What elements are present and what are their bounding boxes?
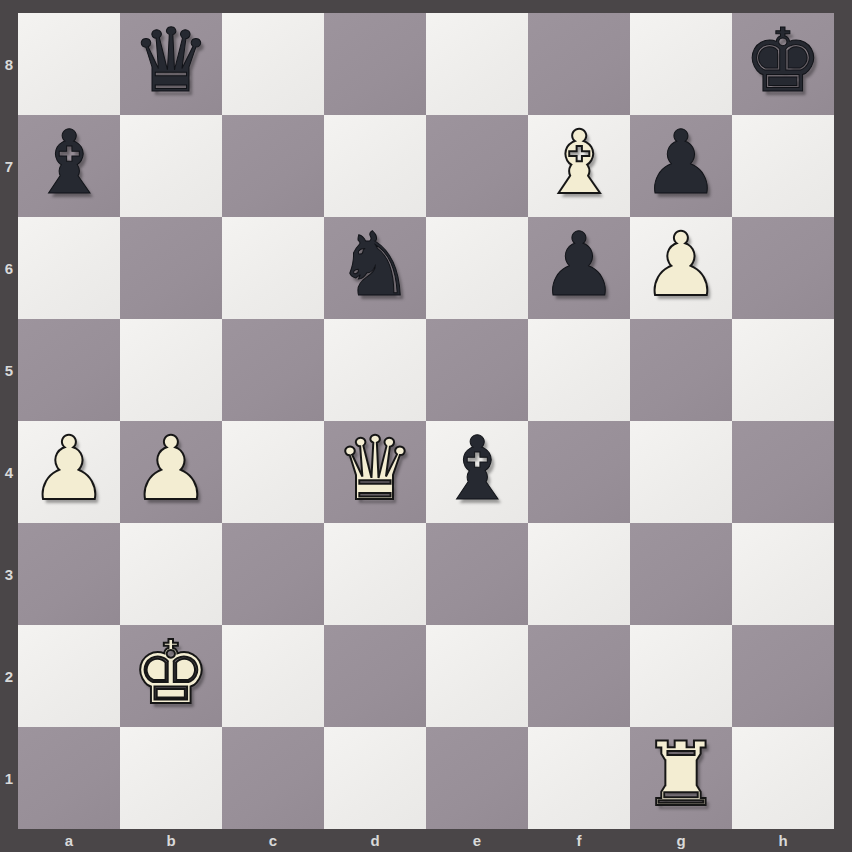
file-label-a: a — [18, 829, 120, 852]
square-b1[interactable] — [120, 727, 222, 829]
square-h2[interactable] — [732, 625, 834, 727]
square-b4[interactable]: ♟ — [120, 421, 222, 523]
square-f2[interactable] — [528, 625, 630, 727]
chess-board: ♛♚♝♝♟♞♟♟♟♟♛♝♚♜ — [18, 13, 834, 829]
square-e5[interactable] — [426, 319, 528, 421]
square-c7[interactable] — [222, 115, 324, 217]
square-d8[interactable] — [324, 13, 426, 115]
square-c2[interactable] — [222, 625, 324, 727]
square-c1[interactable] — [222, 727, 324, 829]
square-f7[interactable]: ♝ — [528, 115, 630, 217]
square-a2[interactable] — [18, 625, 120, 727]
square-b2[interactable]: ♚ — [120, 625, 222, 727]
black-pawn[interactable]: ♟ — [540, 221, 619, 309]
rank-labels: 87654321 — [0, 13, 18, 829]
square-h5[interactable] — [732, 319, 834, 421]
file-label-b: b — [120, 829, 222, 852]
file-label-h: h — [732, 829, 834, 852]
black-queen[interactable]: ♛ — [132, 17, 211, 105]
black-pawn[interactable]: ♟ — [642, 119, 721, 207]
white-queen[interactable]: ♛ — [336, 425, 415, 513]
square-h4[interactable] — [732, 421, 834, 523]
square-g4[interactable] — [630, 421, 732, 523]
white-rook[interactable]: ♜ — [642, 731, 721, 819]
square-a6[interactable] — [18, 217, 120, 319]
square-h6[interactable] — [732, 217, 834, 319]
square-f5[interactable] — [528, 319, 630, 421]
rank-label-6: 6 — [0, 217, 18, 319]
square-g2[interactable] — [630, 625, 732, 727]
square-e4[interactable]: ♝ — [426, 421, 528, 523]
black-knight[interactable]: ♞ — [336, 221, 415, 309]
square-c6[interactable] — [222, 217, 324, 319]
file-labels: abcdefgh — [18, 829, 834, 852]
square-a8[interactable] — [18, 13, 120, 115]
square-g7[interactable]: ♟ — [630, 115, 732, 217]
square-g3[interactable] — [630, 523, 732, 625]
rank-label-4: 4 — [0, 421, 18, 523]
square-a5[interactable] — [18, 319, 120, 421]
file-label-e: e — [426, 829, 528, 852]
white-pawn[interactable]: ♟ — [30, 425, 109, 513]
square-h7[interactable] — [732, 115, 834, 217]
rank-label-5: 5 — [0, 319, 18, 421]
square-h3[interactable] — [732, 523, 834, 625]
square-b5[interactable] — [120, 319, 222, 421]
square-a4[interactable]: ♟ — [18, 421, 120, 523]
square-b8[interactable]: ♛ — [120, 13, 222, 115]
square-d7[interactable] — [324, 115, 426, 217]
square-f6[interactable]: ♟ — [528, 217, 630, 319]
white-pawn[interactable]: ♟ — [642, 221, 721, 309]
square-b6[interactable] — [120, 217, 222, 319]
square-h8[interactable]: ♚ — [732, 13, 834, 115]
square-f8[interactable] — [528, 13, 630, 115]
square-e7[interactable] — [426, 115, 528, 217]
square-a3[interactable] — [18, 523, 120, 625]
square-e6[interactable] — [426, 217, 528, 319]
square-e8[interactable] — [426, 13, 528, 115]
black-bishop[interactable]: ♝ — [30, 119, 109, 207]
file-label-g: g — [630, 829, 732, 852]
square-b7[interactable] — [120, 115, 222, 217]
square-g8[interactable] — [630, 13, 732, 115]
square-c5[interactable] — [222, 319, 324, 421]
square-d2[interactable] — [324, 625, 426, 727]
square-c4[interactable] — [222, 421, 324, 523]
rank-label-1: 1 — [0, 727, 18, 829]
rank-label-3: 3 — [0, 523, 18, 625]
black-king[interactable]: ♚ — [744, 17, 823, 105]
white-king[interactable]: ♚ — [132, 629, 211, 717]
square-f3[interactable] — [528, 523, 630, 625]
square-g6[interactable]: ♟ — [630, 217, 732, 319]
square-e1[interactable] — [426, 727, 528, 829]
square-e2[interactable] — [426, 625, 528, 727]
square-f1[interactable] — [528, 727, 630, 829]
square-g1[interactable]: ♜ — [630, 727, 732, 829]
square-a7[interactable]: ♝ — [18, 115, 120, 217]
rank-label-2: 2 — [0, 625, 18, 727]
square-d5[interactable] — [324, 319, 426, 421]
square-g5[interactable] — [630, 319, 732, 421]
square-c8[interactable] — [222, 13, 324, 115]
square-a1[interactable] — [18, 727, 120, 829]
file-label-f: f — [528, 829, 630, 852]
board-frame: 87654321 ♛♚♝♝♟♞♟♟♟♟♛♝♚♜ abcdefgh — [0, 0, 852, 852]
white-bishop[interactable]: ♝ — [540, 119, 619, 207]
file-label-d: d — [324, 829, 426, 852]
square-c3[interactable] — [222, 523, 324, 625]
square-f4[interactable] — [528, 421, 630, 523]
square-d3[interactable] — [324, 523, 426, 625]
black-bishop[interactable]: ♝ — [438, 425, 517, 513]
square-d4[interactable]: ♛ — [324, 421, 426, 523]
square-h1[interactable] — [732, 727, 834, 829]
rank-label-8: 8 — [0, 13, 18, 115]
square-d1[interactable] — [324, 727, 426, 829]
rank-label-7: 7 — [0, 115, 18, 217]
square-e3[interactable] — [426, 523, 528, 625]
square-b3[interactable] — [120, 523, 222, 625]
file-label-c: c — [222, 829, 324, 852]
square-d6[interactable]: ♞ — [324, 217, 426, 319]
white-pawn[interactable]: ♟ — [132, 425, 211, 513]
